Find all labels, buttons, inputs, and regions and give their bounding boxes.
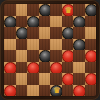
- square-r3c4-light[interactable]: [50, 39, 62, 51]
- square-r2c7-light[interactable]: [85, 27, 97, 39]
- square-r4c3-light[interactable]: [39, 50, 51, 62]
- square-r3c3-dark: [39, 39, 51, 51]
- square-r6c5-light[interactable]: [62, 73, 74, 85]
- square-r3c5-dark: [62, 39, 74, 51]
- square-r0c0-dark: [4, 4, 16, 16]
- square-r0c4-dark: [50, 4, 62, 16]
- square-r5c5-dark: [62, 62, 74, 74]
- square-r4c2-dark: [27, 50, 39, 62]
- square-r1c3-dark: [39, 16, 51, 28]
- square-r5c7-dark: [85, 62, 97, 74]
- square-r6c0-dark: [4, 73, 16, 85]
- square-r5c2-light[interactable]: [27, 62, 39, 74]
- square-r3c6-light[interactable]: [73, 39, 85, 51]
- square-r6c1-light[interactable]: [16, 73, 28, 85]
- square-r1c1-dark: [16, 16, 28, 28]
- square-r4c0-dark: [4, 50, 16, 62]
- square-r1c4-light[interactable]: [50, 16, 62, 28]
- square-r2c3-light[interactable]: [39, 27, 51, 39]
- square-r4c7-light[interactable]: [85, 50, 97, 62]
- square-r6c7-light[interactable]: [85, 73, 97, 85]
- square-r6c6-dark: [73, 73, 85, 85]
- square-r2c5-light[interactable]: [62, 27, 74, 39]
- square-r5c0-light[interactable]: [4, 62, 16, 74]
- square-r1c6-light[interactable]: [73, 16, 85, 28]
- square-r5c3-dark: [39, 62, 51, 74]
- square-r0c1-light[interactable]: [16, 4, 28, 16]
- square-r2c6-dark: [73, 27, 85, 39]
- square-r0c5-light[interactable]: ♛: [62, 4, 74, 16]
- square-r7c1-dark: [16, 85, 28, 97]
- square-r7c6-light[interactable]: [73, 85, 85, 97]
- king-crown-icon: ♛: [65, 6, 72, 14]
- square-r6c2-dark: [27, 73, 39, 85]
- square-r1c7-dark: [85, 16, 97, 28]
- square-r4c1-light[interactable]: [16, 50, 28, 62]
- square-r0c7-light[interactable]: [85, 4, 97, 16]
- square-r4c4-dark: [50, 50, 62, 62]
- square-r7c0-light[interactable]: [4, 85, 16, 97]
- square-r3c1-dark: [16, 39, 28, 51]
- square-r5c6-light[interactable]: [73, 62, 85, 74]
- square-r0c2-dark: [27, 4, 39, 16]
- square-r6c3-light[interactable]: [39, 73, 51, 85]
- square-r7c2-light[interactable]: [27, 85, 39, 97]
- square-r3c7-dark: [85, 39, 97, 51]
- square-r4c5-light[interactable]: [62, 50, 74, 62]
- square-r7c4-light[interactable]: ♛: [50, 85, 62, 97]
- square-r2c0-dark: [4, 27, 16, 39]
- king-crown-icon: ♛: [53, 87, 60, 95]
- checkers-board: ♛♛: [4, 4, 96, 96]
- square-r1c0-light[interactable]: [4, 16, 16, 28]
- square-r7c3-dark: [39, 85, 51, 97]
- square-r7c5-dark: [62, 85, 74, 97]
- square-r3c2-light[interactable]: [27, 39, 39, 51]
- square-r3c0-light[interactable]: [4, 39, 16, 51]
- square-r2c1-light[interactable]: [16, 27, 28, 39]
- square-r0c6-dark: [73, 4, 85, 16]
- square-r6c4-dark: [50, 73, 62, 85]
- square-r0c3-light[interactable]: [39, 4, 51, 16]
- checkers-app: ♛♛: [0, 0, 100, 100]
- square-r5c1-dark: [16, 62, 28, 74]
- square-r2c2-dark: [27, 27, 39, 39]
- square-r1c2-light[interactable]: [27, 16, 39, 28]
- square-r4c6-dark: [73, 50, 85, 62]
- square-r7c7-dark: [85, 85, 97, 97]
- square-r5c4-light[interactable]: [50, 62, 62, 74]
- square-r1c5-dark: [62, 16, 74, 28]
- square-r2c4-dark: [50, 27, 62, 39]
